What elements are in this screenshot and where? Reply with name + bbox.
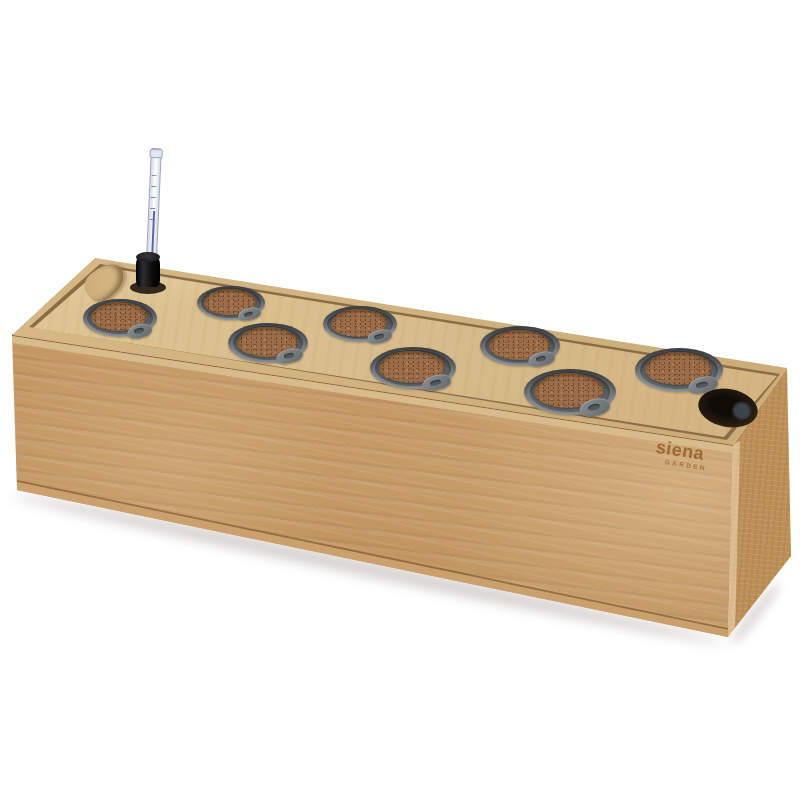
indicator-tube-cap	[149, 149, 162, 159]
pot-5	[370, 347, 456, 389]
pot-2	[197, 286, 265, 320]
pot-6	[480, 326, 560, 366]
grommet-cap	[136, 252, 160, 262]
pot-7	[524, 369, 616, 415]
pot-3	[228, 323, 308, 363]
pots-layer	[0, 0, 800, 800]
indicator-grommet	[136, 252, 160, 292]
pot-4	[323, 306, 397, 342]
pot-1	[83, 299, 157, 337]
product-photo: siena GARDEN	[0, 0, 800, 800]
pot-8	[635, 348, 723, 392]
